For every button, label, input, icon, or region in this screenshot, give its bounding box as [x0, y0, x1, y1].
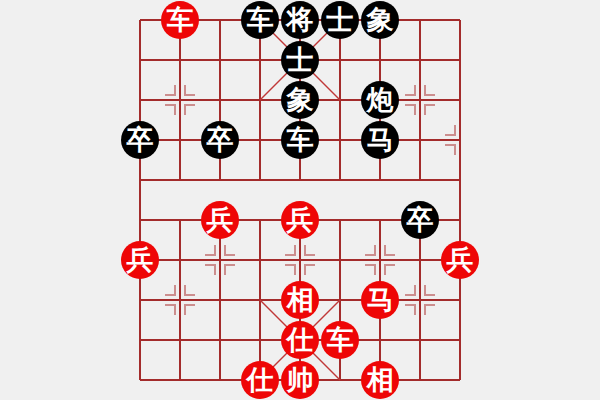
piece-red-advisor[interactable]: 仕 — [241, 361, 279, 399]
piece-red-horse[interactable]: 马 — [361, 281, 399, 319]
piece-red-soldier[interactable]: 兵 — [121, 241, 159, 279]
piece-red-advisor[interactable]: 仕 — [281, 321, 319, 359]
piece-black-horse[interactable]: 马 — [361, 121, 399, 159]
piece-black-elephant[interactable]: 象 — [361, 1, 399, 39]
piece-red-soldier[interactable]: 兵 — [201, 201, 239, 239]
piece-red-chariot[interactable]: 车 — [161, 1, 199, 39]
piece-red-general[interactable]: 帅 — [281, 361, 319, 399]
piece-black-general[interactable]: 将 — [281, 1, 319, 39]
piece-black-advisor[interactable]: 士 — [281, 41, 319, 79]
piece-red-soldier[interactable]: 兵 — [281, 201, 319, 239]
piece-red-elephant[interactable]: 相 — [361, 361, 399, 399]
piece-grid: 车车将士象士象炮卒卒车马兵兵卒兵兵相马仕车仕帅相 — [120, 0, 480, 400]
piece-black-soldier[interactable]: 卒 — [121, 121, 159, 159]
piece-black-soldier[interactable]: 卒 — [401, 201, 439, 239]
piece-black-elephant[interactable]: 象 — [281, 81, 319, 119]
piece-red-elephant[interactable]: 相 — [281, 281, 319, 319]
piece-red-soldier[interactable]: 兵 — [441, 241, 479, 279]
piece-black-chariot[interactable]: 车 — [241, 1, 279, 39]
piece-black-cannon[interactable]: 炮 — [361, 81, 399, 119]
piece-black-soldier[interactable]: 卒 — [201, 121, 239, 159]
piece-red-chariot[interactable]: 车 — [321, 321, 359, 359]
piece-black-advisor[interactable]: 士 — [321, 1, 359, 39]
xiangqi-board: 车车将士象士象炮卒卒车马兵兵卒兵兵相马仕车仕帅相 — [0, 0, 600, 400]
piece-black-chariot[interactable]: 车 — [281, 121, 319, 159]
